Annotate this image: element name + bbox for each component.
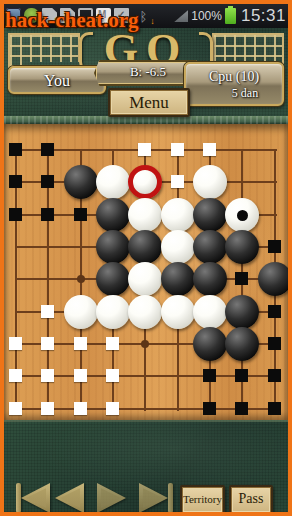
white-stone <box>128 295 162 329</box>
black-territory-marker <box>41 175 54 188</box>
black-territory-marker <box>268 402 281 415</box>
last-move-bar-icon <box>168 483 173 513</box>
first-move-button[interactable] <box>16 483 50 513</box>
player-black-label: You <box>8 66 106 94</box>
go-board[interactable] <box>4 124 288 420</box>
white-stone <box>64 295 98 329</box>
white-territory-marker <box>171 143 184 156</box>
pass-button[interactable]: Pass <box>229 485 273 515</box>
white-territory-marker <box>41 402 54 415</box>
territory-button[interactable]: Territory <box>180 485 225 515</box>
black-stone <box>161 262 195 296</box>
black-territory-marker <box>203 369 216 382</box>
black-stone <box>193 198 227 232</box>
black-stone <box>225 230 259 264</box>
white-territory-marker <box>106 337 119 350</box>
black-stone <box>96 230 130 264</box>
next-move-triangle-icon <box>97 483 126 513</box>
black-stone <box>193 262 227 296</box>
black-stone <box>225 327 259 361</box>
signal-icon <box>174 10 188 22</box>
white-stone-marked-dead <box>225 198 259 232</box>
white-territory-marker <box>74 369 87 382</box>
cpu-rank: 5 dan <box>186 85 282 102</box>
black-territory-marker <box>268 305 281 318</box>
black-territory-marker <box>203 402 216 415</box>
black-stone <box>64 165 98 199</box>
first-move-bar-icon <box>16 483 21 513</box>
black-stone <box>193 230 227 264</box>
player-white-label: Cpu (10) 5 dan <box>184 62 284 106</box>
white-territory-marker <box>41 337 54 350</box>
white-stone <box>128 198 162 232</box>
black-territory-marker <box>235 402 248 415</box>
battery-percent: 100% <box>191 9 222 23</box>
white-territory-marker <box>171 175 184 188</box>
white-stone <box>161 295 195 329</box>
white-territory-marker <box>9 369 22 382</box>
first-move-triangle-icon <box>21 483 50 513</box>
previous-move-button[interactable] <box>55 483 84 513</box>
last-move-triangle-icon <box>139 483 168 513</box>
black-territory-marker <box>9 208 22 221</box>
black-territory-marker <box>235 369 248 382</box>
white-stone <box>96 165 130 199</box>
white-territory-marker <box>106 402 119 415</box>
wifi-icon: ↓ <box>153 10 168 22</box>
cpu-name: Cpu (10) <box>186 68 282 85</box>
black-territory-marker <box>268 240 281 253</box>
black-territory-marker <box>9 175 22 188</box>
black-territory-marker <box>268 369 281 382</box>
black-territory-marker <box>268 337 281 350</box>
white-territory-marker <box>74 402 87 415</box>
white-territory-marker <box>9 402 22 415</box>
white-stone <box>193 165 227 199</box>
black-territory-marker <box>235 272 248 285</box>
previous-move-triangle-icon <box>55 483 84 513</box>
white-stone <box>161 230 195 264</box>
black-territory-marker <box>41 143 54 156</box>
black-stone <box>258 262 288 296</box>
black-territory-marker <box>41 208 54 221</box>
white-territory-marker <box>9 337 22 350</box>
white-stone <box>128 262 162 296</box>
black-stone <box>96 262 130 296</box>
black-stone <box>128 230 162 264</box>
phone-screen: ᛒ ↓ 100% 15:31 hack-cheat.org GO You B: … <box>0 0 292 516</box>
next-move-button[interactable] <box>97 483 126 513</box>
star-point <box>77 275 85 283</box>
bottom-toolbar: Territory Pass <box>4 420 288 512</box>
dead-stone-dot-icon <box>237 210 248 221</box>
white-stone-last-move <box>128 165 162 199</box>
watermark-text: hack-cheat.org <box>5 8 139 33</box>
white-territory-marker <box>203 143 216 156</box>
battery-icon <box>225 8 236 24</box>
bluetooth-icon: ᛒ <box>139 9 147 24</box>
black-stone <box>225 295 259 329</box>
white-territory-marker <box>74 337 87 350</box>
white-stone <box>161 198 195 232</box>
black-territory-marker <box>74 208 87 221</box>
star-point <box>141 340 149 348</box>
menu-button[interactable]: Menu <box>108 88 190 117</box>
white-territory-marker <box>138 143 151 156</box>
white-territory-marker <box>106 369 119 382</box>
last-move-button[interactable] <box>139 483 173 513</box>
header-bottom-beam <box>4 116 288 124</box>
black-stone <box>193 327 227 361</box>
white-stone <box>193 295 227 329</box>
move-navigation <box>16 482 173 514</box>
clock: 15:31 <box>241 6 286 26</box>
white-territory-marker <box>41 369 54 382</box>
white-territory-marker <box>41 305 54 318</box>
black-stone <box>96 198 130 232</box>
white-stone <box>96 295 130 329</box>
game-header: GO You B: -6.5 Cpu (10) 5 dan Menu <box>4 28 288 124</box>
black-territory-marker <box>9 143 22 156</box>
